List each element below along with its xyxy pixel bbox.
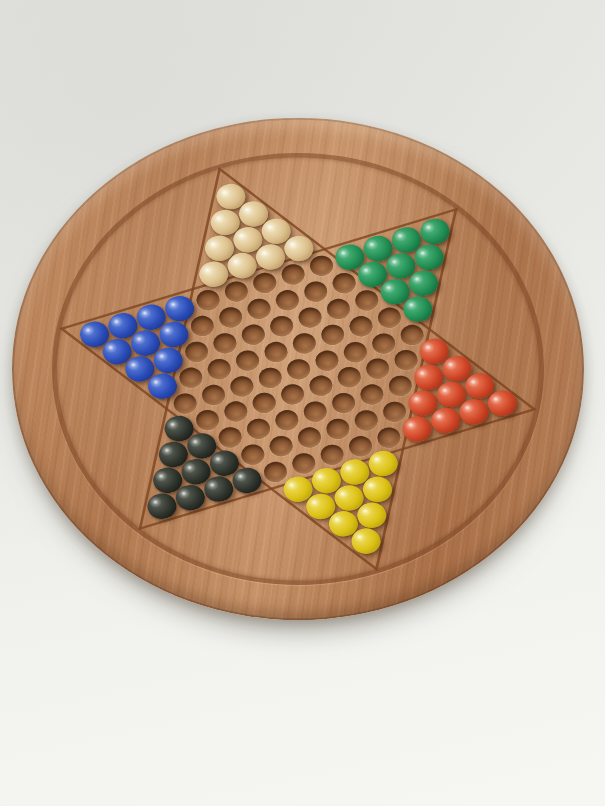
board-perspective-wrap [12,118,584,620]
game-board [12,118,584,620]
star-layer [0,50,605,688]
scene-background [0,0,605,806]
